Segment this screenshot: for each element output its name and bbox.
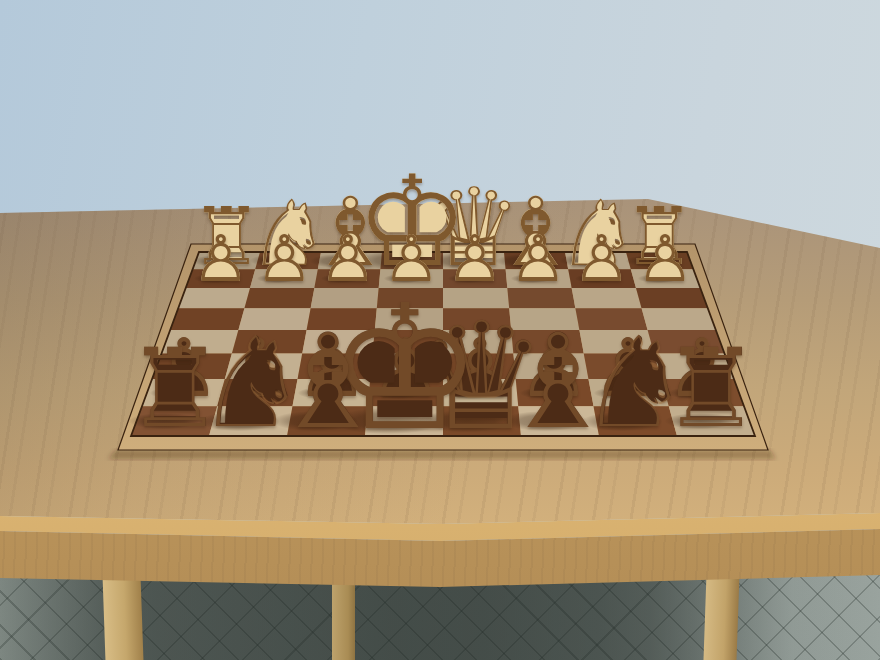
pieces-layer: ♜♖♞♘♝♗♛♕♚♔♝♗♞♘♜♖♟♙♟♙♟♙♟♙♟♙♟♙♟♙♟♙♟♙♟♙♟♙♟♙… xyxy=(0,0,880,660)
piece-white-pawn[interactable]: ♟♙ xyxy=(569,227,633,291)
piece-white-pawn[interactable]: ♟♙ xyxy=(506,227,570,291)
piece-glyph-outline: ♖ xyxy=(120,334,229,443)
piece-white-pawn[interactable]: ♟♙ xyxy=(189,227,253,291)
piece-white-pawn[interactable]: ♟♙ xyxy=(252,227,316,291)
piece-glyph-outline: ♙ xyxy=(252,227,316,291)
piece-glyph-outline: ♙ xyxy=(569,227,633,291)
piece-black-rook[interactable]: ♜♖ xyxy=(120,334,229,443)
piece-glyph-outline: ♙ xyxy=(506,227,570,291)
piece-glyph-outline: ♙ xyxy=(189,227,253,291)
piece-white-pawn[interactable]: ♟♙ xyxy=(633,227,697,291)
photo-scene: ♜♖♞♘♝♗♛♕♚♔♝♗♞♘♜♖♟♙♟♙♟♙♟♙♟♙♟♙♟♙♟♙♟♙♟♙♟♙♟♙… xyxy=(0,0,880,660)
piece-glyph-outline: ♙ xyxy=(633,227,697,291)
